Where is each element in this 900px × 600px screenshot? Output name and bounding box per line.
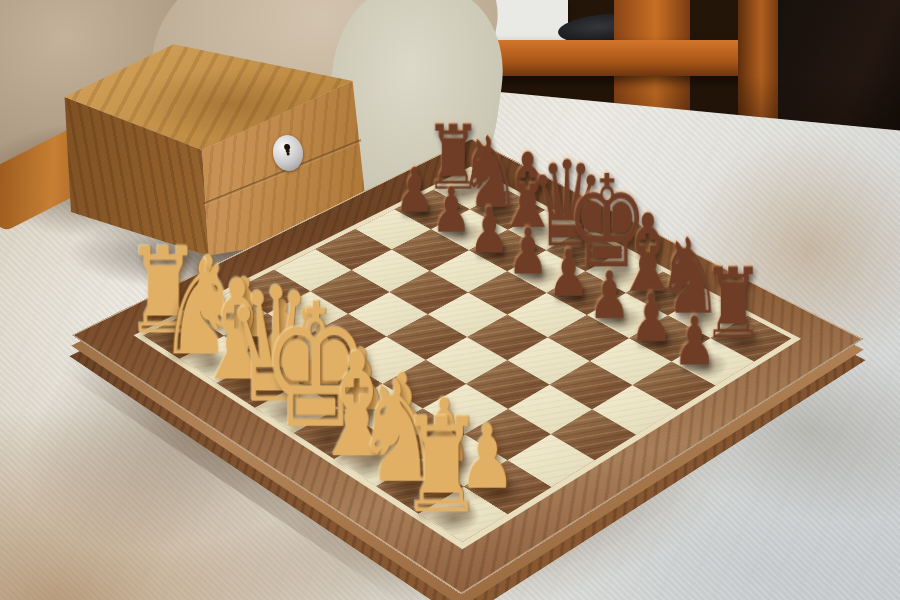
black-rook-a8: ♜ [395,116,511,198]
board-frame: ♜♞♝♛♚♝♞♜♟♟♟♟♟♟♟♟♟♟♟♟♟♟♟♟♜♞♝♛♚♝♞♜ [71,138,863,594]
board-border-inlay: ♜♞♝♛♚♝♞♜♟♟♟♟♟♟♟♟♟♟♟♟♟♟♟♟♜♞♝♛♚♝♞♜ [134,167,801,550]
photo-scene: ♜♞♝♛♚♝♞♜♟♟♟♟♟♟♟♟♟♟♟♟♟♟♟♟♜♞♝♛♚♝♞♜ [0,0,900,600]
chess-board: ♜♞♝♛♚♝♞♜♟♟♟♟♟♟♟♟♟♟♟♟♟♟♟♟♜♞♝♛♚♝♞♜ [71,138,863,594]
square-a1: ♜ [143,313,224,359]
black-bishop-f8: ♝ [586,204,709,303]
square-h8: ♜ [710,316,791,362]
board-perspective: ♜♞♝♛♚♝♞♜♟♟♟♟♟♟♟♟♟♟♟♟♟♟♟♟♜♞♝♛♚♝♞♜ [187,57,747,600]
